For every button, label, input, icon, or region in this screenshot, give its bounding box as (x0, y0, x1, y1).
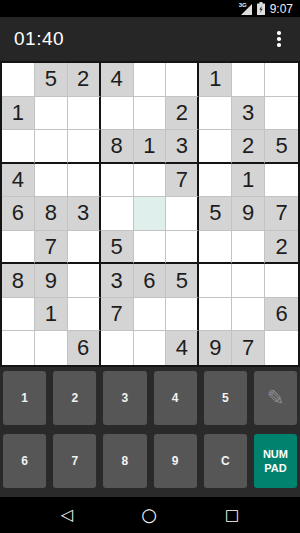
cell-r5c6[interactable] (166, 197, 199, 231)
game-timer: 01:40 (14, 28, 64, 50)
cell-r2c9[interactable] (265, 97, 298, 131)
cell-r2c6[interactable]: 2 (166, 97, 199, 131)
pad-row-1: 12345 ✎ (3, 371, 297, 425)
cell-r7c4[interactable]: 3 (101, 264, 134, 298)
cell-r1c6[interactable] (166, 63, 199, 97)
cell-r2c2[interactable] (35, 97, 68, 131)
cell-r4c3[interactable] (68, 164, 101, 198)
cell-r5c4[interactable] (101, 197, 134, 231)
cell-r4c8[interactable]: 1 (232, 164, 265, 198)
cell-r4c2[interactable] (35, 164, 68, 198)
cell-r3c9[interactable]: 5 (265, 130, 298, 164)
cell-r3c6[interactable]: 3 (166, 130, 199, 164)
cell-r1c8[interactable] (232, 63, 265, 97)
pencil-icon: ✎ (267, 386, 285, 410)
pad-button-8[interactable]: 8 (103, 434, 146, 488)
numpad-label-line2: PAD (264, 462, 286, 474)
cell-r4c7[interactable] (199, 164, 232, 198)
cell-r9c9[interactable] (265, 331, 298, 365)
cell-r8c4[interactable]: 7 (101, 298, 134, 332)
cell-r7c6[interactable]: 5 (166, 264, 199, 298)
cell-signal-icon: 3G (239, 3, 252, 15)
cell-r9c6[interactable]: 4 (166, 331, 199, 365)
pad-button-2[interactable]: 2 (53, 371, 96, 425)
cell-r2c8[interactable]: 3 (232, 97, 265, 131)
cell-r1c7[interactable]: 1 (199, 63, 232, 97)
cell-r9c5[interactable] (134, 331, 167, 365)
numpad-toggle-button[interactable]: NUM PAD (254, 434, 297, 488)
pad-button-1[interactable]: 1 (3, 371, 46, 425)
cell-r6c4[interactable]: 5 (101, 231, 134, 265)
nav-recents-icon[interactable]: □ (217, 508, 247, 523)
pad-button-7[interactable]: 7 (53, 434, 96, 488)
cell-r2c5[interactable] (134, 97, 167, 131)
cell-r5c8[interactable]: 9 (232, 197, 265, 231)
cell-r3c8[interactable]: 2 (232, 130, 265, 164)
cell-r6c3[interactable] (68, 231, 101, 265)
cell-r8c1[interactable] (2, 298, 35, 332)
cell-r9c3[interactable]: 6 (68, 331, 101, 365)
cell-r7c1[interactable]: 8 (2, 264, 35, 298)
cell-r2c1[interactable]: 1 (2, 97, 35, 131)
cell-r9c1[interactable] (2, 331, 35, 365)
cell-r2c7[interactable] (199, 97, 232, 131)
overflow-menu-icon[interactable] (258, 17, 300, 61)
cell-r7c5[interactable]: 6 (134, 264, 167, 298)
number-pad: 12345 ✎ 6789C NUM PAD (0, 367, 300, 497)
cell-r6c7[interactable] (199, 231, 232, 265)
sudoku-board: 524112381325471683597752893651766497 (0, 61, 300, 367)
cell-r9c2[interactable] (35, 331, 68, 365)
cell-r5c2[interactable]: 8 (35, 197, 68, 231)
pad-button-9[interactable]: 9 (154, 434, 197, 488)
cell-r5c7[interactable]: 5 (199, 197, 232, 231)
cell-r7c7[interactable] (199, 264, 232, 298)
cell-r9c8[interactable]: 7 (232, 331, 265, 365)
cell-r8c5[interactable] (134, 298, 167, 332)
cell-r2c3[interactable] (68, 97, 101, 131)
cell-r1c9[interactable] (265, 63, 298, 97)
cell-r4c4[interactable] (101, 164, 134, 198)
cell-r8c8[interactable] (232, 298, 265, 332)
cell-r5c1[interactable]: 6 (2, 197, 35, 231)
pad-row-2: 6789C NUM PAD (3, 434, 297, 488)
cell-r1c1[interactable] (2, 63, 35, 97)
cell-r1c3[interactable]: 2 (68, 63, 101, 97)
cell-r9c4[interactable] (101, 331, 134, 365)
cell-r4c6[interactable]: 7 (166, 164, 199, 198)
cell-r1c5[interactable] (134, 63, 167, 97)
cell-r5c5[interactable] (134, 197, 167, 231)
cell-r7c3[interactable] (68, 264, 101, 298)
cell-r3c3[interactable] (68, 130, 101, 164)
cell-r1c2[interactable]: 5 (35, 63, 68, 97)
cell-r4c9[interactable] (265, 164, 298, 198)
cell-r8c2[interactable]: 1 (35, 298, 68, 332)
cell-r6c8[interactable] (232, 231, 265, 265)
app-bar: 01:40 (0, 17, 300, 61)
numpad-label-line1: NUM (263, 448, 288, 460)
network-type-label: 3G (239, 2, 247, 8)
phone-screen: 3G 9:07 01:40 52411238132547168359775289… (0, 0, 300, 533)
cell-r9c7[interactable]: 9 (199, 331, 232, 365)
pad-button-6[interactable]: 6 (3, 434, 46, 488)
cell-r6c9[interactable]: 2 (265, 231, 298, 265)
cell-r8c6[interactable] (166, 298, 199, 332)
cell-r3c1[interactable] (2, 130, 35, 164)
status-bar: 3G 9:07 (0, 0, 300, 17)
cell-r2c4[interactable] (101, 97, 134, 131)
clock-time: 9:07 (270, 3, 293, 15)
pad-button-3[interactable]: 3 (103, 371, 146, 425)
cell-r1c4[interactable]: 4 (101, 63, 134, 97)
cell-r7c9[interactable] (265, 264, 298, 298)
cell-r3c5[interactable]: 1 (134, 130, 167, 164)
cell-r6c6[interactable] (166, 231, 199, 265)
nav-back-icon[interactable]: ◁ (53, 507, 81, 523)
pencil-mode-button[interactable]: ✎ (254, 371, 297, 425)
pad-button-4[interactable]: 4 (154, 371, 197, 425)
battery-charging-icon (257, 2, 265, 15)
cell-r7c2[interactable]: 9 (35, 264, 68, 298)
cell-r8c3[interactable] (68, 298, 101, 332)
android-nav-bar: ◁ ○ □ (0, 497, 300, 533)
cell-r6c5[interactable] (134, 231, 167, 265)
cell-r7c8[interactable] (232, 264, 265, 298)
cell-r5c3[interactable]: 3 (68, 197, 101, 231)
cell-r4c1[interactable]: 4 (2, 164, 35, 198)
pad-button-5[interactable]: 5 (204, 371, 247, 425)
cell-r3c2[interactable] (35, 130, 68, 164)
cell-r6c2[interactable]: 7 (35, 231, 68, 265)
pad-button-c[interactable]: C (204, 434, 247, 488)
cell-r4c5[interactable] (134, 164, 167, 198)
cell-r3c4[interactable]: 8 (101, 130, 134, 164)
cell-r3c7[interactable] (199, 130, 232, 164)
cell-r8c9[interactable]: 6 (265, 298, 298, 332)
cell-r5c9[interactable]: 7 (265, 197, 298, 231)
nav-home-icon[interactable]: ○ (133, 506, 165, 524)
cell-r8c7[interactable] (199, 298, 232, 332)
cell-r6c1[interactable] (2, 231, 35, 265)
